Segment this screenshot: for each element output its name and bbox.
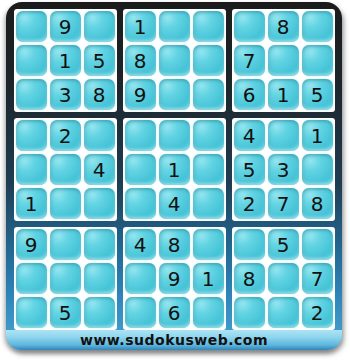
sudoku-cell[interactable] bbox=[302, 11, 333, 42]
sudoku-cell[interactable]: 9 bbox=[159, 263, 190, 294]
sudoku-cell[interactable]: 5 bbox=[234, 154, 265, 185]
sudoku-cell[interactable]: 8 bbox=[125, 45, 156, 76]
sudoku-box-top-right: 87615 bbox=[232, 9, 335, 112]
sudoku-cell[interactable] bbox=[125, 263, 156, 294]
sudoku-cell[interactable] bbox=[16, 11, 47, 42]
sudoku-cell[interactable] bbox=[193, 11, 224, 42]
sudoku-box-middle-right: 4153278 bbox=[232, 118, 335, 221]
sudoku-cell[interactable] bbox=[193, 188, 224, 219]
sudoku-cell[interactable] bbox=[84, 263, 115, 294]
site-link[interactable]: www.sudokusweb.com bbox=[80, 332, 268, 348]
sudoku-cell[interactable]: 1 bbox=[268, 79, 299, 110]
sudoku-cell[interactable]: 6 bbox=[234, 79, 265, 110]
sudoku-cell[interactable]: 7 bbox=[302, 263, 333, 294]
sudoku-cell[interactable] bbox=[50, 154, 81, 185]
sudoku-cell[interactable]: 7 bbox=[268, 188, 299, 219]
sudoku-box-bottom-middle: 48916 bbox=[123, 227, 226, 330]
sudoku-cell[interactable] bbox=[84, 11, 115, 42]
sudoku-cell[interactable] bbox=[268, 263, 299, 294]
sudoku-board: 91538 189 87615 241 14 4153278 95 48916 … bbox=[6, 2, 342, 350]
sudoku-cell[interactable] bbox=[50, 263, 81, 294]
sudoku-cell[interactable]: 1 bbox=[302, 120, 333, 151]
sudoku-cell[interactable]: 5 bbox=[302, 79, 333, 110]
sudoku-cell[interactable] bbox=[234, 11, 265, 42]
sudoku-box-middle-left: 241 bbox=[14, 118, 117, 221]
sudoku-boxes-grid: 91538 189 87615 241 14 4153278 95 48916 … bbox=[14, 9, 335, 330]
sudoku-cell[interactable] bbox=[268, 297, 299, 328]
sudoku-cell[interactable] bbox=[125, 188, 156, 219]
sudoku-cell[interactable] bbox=[50, 229, 81, 260]
sudoku-cell[interactable] bbox=[16, 79, 47, 110]
sudoku-cell[interactable]: 4 bbox=[234, 120, 265, 151]
sudoku-cell[interactable]: 9 bbox=[125, 79, 156, 110]
sudoku-cell[interactable] bbox=[16, 120, 47, 151]
sudoku-cell[interactable]: 4 bbox=[125, 229, 156, 260]
sudoku-cell[interactable] bbox=[125, 297, 156, 328]
sudoku-cell[interactable]: 3 bbox=[268, 154, 299, 185]
sudoku-cell[interactable]: 8 bbox=[84, 79, 115, 110]
sudoku-cell[interactable] bbox=[159, 45, 190, 76]
sudoku-cell[interactable]: 4 bbox=[159, 188, 190, 219]
sudoku-cell[interactable] bbox=[193, 45, 224, 76]
sudoku-cell[interactable]: 2 bbox=[234, 188, 265, 219]
sudoku-cell[interactable] bbox=[302, 154, 333, 185]
sudoku-cell[interactable]: 7 bbox=[234, 45, 265, 76]
sudoku-cell[interactable] bbox=[268, 120, 299, 151]
sudoku-cell[interactable] bbox=[16, 263, 47, 294]
sudoku-cell[interactable] bbox=[159, 120, 190, 151]
sudoku-cell[interactable]: 6 bbox=[159, 297, 190, 328]
sudoku-cell[interactable]: 8 bbox=[159, 229, 190, 260]
sudoku-box-top-middle: 189 bbox=[123, 9, 226, 112]
sudoku-cell[interactable]: 1 bbox=[50, 45, 81, 76]
sudoku-cell[interactable] bbox=[234, 229, 265, 260]
sudoku-cell[interactable]: 4 bbox=[84, 154, 115, 185]
sudoku-cell[interactable]: 5 bbox=[268, 229, 299, 260]
sudoku-cell[interactable]: 2 bbox=[302, 297, 333, 328]
sudoku-cell[interactable]: 1 bbox=[159, 154, 190, 185]
sudoku-cell[interactable]: 8 bbox=[234, 263, 265, 294]
sudoku-cell[interactable]: 1 bbox=[193, 263, 224, 294]
sudoku-cell[interactable]: 1 bbox=[125, 11, 156, 42]
sudoku-cell[interactable]: 5 bbox=[84, 45, 115, 76]
sudoku-box-bottom-right: 5872 bbox=[232, 227, 335, 330]
sudoku-cell[interactable] bbox=[84, 188, 115, 219]
sudoku-cell[interactable]: 9 bbox=[16, 229, 47, 260]
sudoku-cell[interactable] bbox=[193, 154, 224, 185]
sudoku-cell[interactable] bbox=[234, 297, 265, 328]
sudoku-cell[interactable] bbox=[193, 297, 224, 328]
sudoku-cell[interactable] bbox=[16, 154, 47, 185]
sudoku-cell[interactable] bbox=[159, 79, 190, 110]
sudoku-cell[interactable] bbox=[193, 120, 224, 151]
footer-band: www.sudokusweb.com bbox=[6, 330, 342, 350]
sudoku-box-bottom-left: 95 bbox=[14, 227, 117, 330]
sudoku-cell[interactable]: 9 bbox=[50, 11, 81, 42]
sudoku-cell[interactable] bbox=[84, 120, 115, 151]
sudoku-cell[interactable] bbox=[16, 297, 47, 328]
sudoku-box-top-left: 91538 bbox=[14, 9, 117, 112]
sudoku-cell[interactable] bbox=[268, 45, 299, 76]
sudoku-cell[interactable] bbox=[159, 11, 190, 42]
sudoku-cell[interactable]: 8 bbox=[302, 188, 333, 219]
sudoku-cell[interactable]: 1 bbox=[16, 188, 47, 219]
sudoku-cell[interactable]: 5 bbox=[50, 297, 81, 328]
sudoku-cell[interactable] bbox=[302, 45, 333, 76]
sudoku-cell[interactable] bbox=[193, 79, 224, 110]
sudoku-cell[interactable] bbox=[16, 45, 47, 76]
sudoku-cell[interactable]: 2 bbox=[50, 120, 81, 151]
sudoku-cell[interactable] bbox=[84, 229, 115, 260]
sudoku-cell[interactable]: 3 bbox=[50, 79, 81, 110]
sudoku-cell[interactable] bbox=[125, 120, 156, 151]
sudoku-cell[interactable] bbox=[50, 188, 81, 219]
sudoku-cell[interactable] bbox=[84, 297, 115, 328]
sudoku-box-center: 14 bbox=[123, 118, 226, 221]
sudoku-cell[interactable] bbox=[125, 154, 156, 185]
sudoku-cell[interactable] bbox=[193, 229, 224, 260]
sudoku-cell[interactable] bbox=[302, 229, 333, 260]
sudoku-cell[interactable]: 8 bbox=[268, 11, 299, 42]
